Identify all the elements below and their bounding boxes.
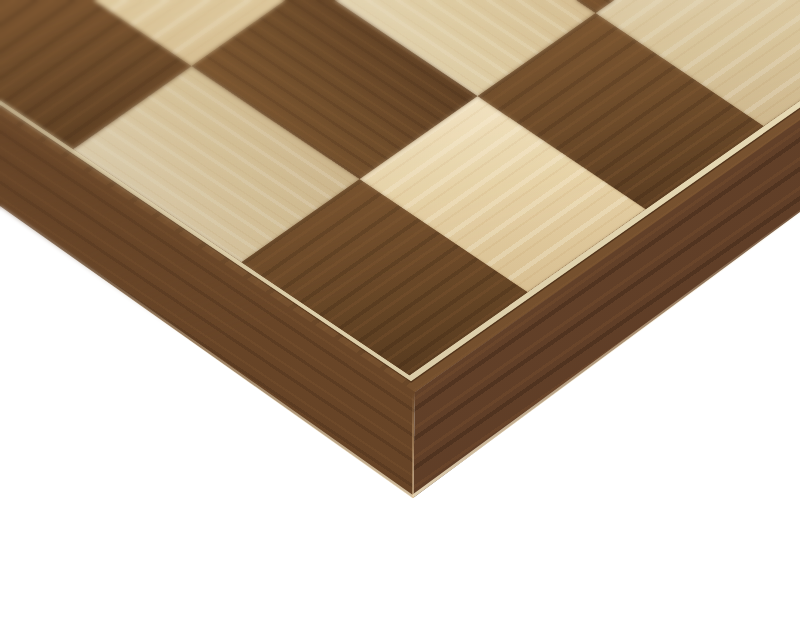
board-top-surface [0,0,800,393]
photo-canvas [0,0,800,640]
board-corner-seam [412,393,414,498]
